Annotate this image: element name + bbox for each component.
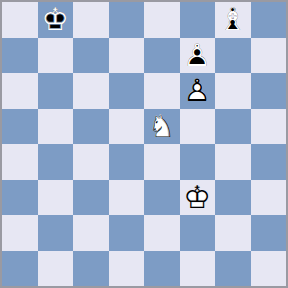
white-knight-icon: ♞ [144, 109, 180, 145]
black-pawn-icon: ♟ [180, 38, 216, 74]
piece-white-king[interactable]: ♚♔ [180, 180, 216, 216]
square-b6[interactable] [38, 73, 74, 109]
square-h2[interactable] [251, 215, 287, 251]
square-e2[interactable] [144, 215, 180, 251]
square-a7[interactable] [2, 38, 38, 74]
square-h6[interactable] [251, 73, 287, 109]
square-h8[interactable] [251, 2, 287, 38]
piece-black-bishop[interactable]: ♝♗ [215, 2, 251, 38]
square-h1[interactable] [251, 251, 287, 287]
square-a2[interactable] [2, 215, 38, 251]
square-f4[interactable] [180, 144, 216, 180]
square-e3[interactable] [144, 180, 180, 216]
square-a5[interactable] [2, 109, 38, 145]
square-e1[interactable] [144, 251, 180, 287]
piece-black-king[interactable]: ♚♔ [38, 2, 74, 38]
square-c7[interactable] [73, 38, 109, 74]
square-c8[interactable] [73, 2, 109, 38]
square-c4[interactable] [73, 144, 109, 180]
square-f3[interactable]: ♚♔ [180, 180, 216, 216]
black-bishop-icon: ♝ [215, 2, 251, 38]
square-f6[interactable]: ♟♙ [180, 73, 216, 109]
square-c6[interactable] [73, 73, 109, 109]
piece-white-pawn[interactable]: ♟♙ [180, 73, 216, 109]
square-e8[interactable] [144, 2, 180, 38]
square-g2[interactable] [215, 215, 251, 251]
white-knight-outline-icon: ♘ [144, 109, 180, 145]
square-h4[interactable] [251, 144, 287, 180]
square-d3[interactable] [109, 180, 145, 216]
square-e4[interactable] [144, 144, 180, 180]
square-g6[interactable] [215, 73, 251, 109]
square-f2[interactable] [180, 215, 216, 251]
square-g8[interactable]: ♝♗ [215, 2, 251, 38]
square-d8[interactable] [109, 2, 145, 38]
piece-black-pawn[interactable]: ♟♙ [180, 38, 216, 74]
square-f5[interactable] [180, 109, 216, 145]
square-d2[interactable] [109, 215, 145, 251]
square-a6[interactable] [2, 73, 38, 109]
square-f1[interactable] [180, 251, 216, 287]
square-d4[interactable] [109, 144, 145, 180]
black-king-outline-icon: ♔ [38, 2, 74, 38]
square-c2[interactable] [73, 215, 109, 251]
square-c5[interactable] [73, 109, 109, 145]
square-b2[interactable] [38, 215, 74, 251]
square-h7[interactable] [251, 38, 287, 74]
square-b8[interactable]: ♚♔ [38, 2, 74, 38]
square-d6[interactable] [109, 73, 145, 109]
square-c3[interactable] [73, 180, 109, 216]
square-a3[interactable] [2, 180, 38, 216]
square-b4[interactable] [38, 144, 74, 180]
square-e6[interactable] [144, 73, 180, 109]
square-e7[interactable] [144, 38, 180, 74]
white-pawn-outline-icon: ♙ [180, 73, 216, 109]
square-f8[interactable] [180, 2, 216, 38]
square-g7[interactable] [215, 38, 251, 74]
square-h3[interactable] [251, 180, 287, 216]
black-bishop-outline-icon: ♗ [215, 2, 251, 38]
white-king-icon: ♚ [180, 180, 216, 216]
square-g3[interactable] [215, 180, 251, 216]
square-h5[interactable] [251, 109, 287, 145]
square-a1[interactable] [2, 251, 38, 287]
square-g1[interactable] [215, 251, 251, 287]
square-g4[interactable] [215, 144, 251, 180]
piece-white-knight[interactable]: ♞♘ [144, 109, 180, 145]
square-d7[interactable] [109, 38, 145, 74]
square-a8[interactable] [2, 2, 38, 38]
square-a4[interactable] [2, 144, 38, 180]
black-king-icon: ♚ [38, 2, 74, 38]
black-pawn-outline-icon: ♙ [180, 38, 216, 74]
square-f7[interactable]: ♟♙ [180, 38, 216, 74]
white-king-outline-icon: ♔ [180, 180, 216, 216]
square-b7[interactable] [38, 38, 74, 74]
square-d5[interactable] [109, 109, 145, 145]
white-pawn-icon: ♟ [180, 73, 216, 109]
square-e5[interactable]: ♞♘ [144, 109, 180, 145]
square-b5[interactable] [38, 109, 74, 145]
square-g5[interactable] [215, 109, 251, 145]
square-c1[interactable] [73, 251, 109, 287]
square-d1[interactable] [109, 251, 145, 287]
square-b3[interactable] [38, 180, 74, 216]
chess-board: ♚♔♝♗♟♙♟♙♞♘♚♔ [0, 0, 288, 288]
square-b1[interactable] [38, 251, 74, 287]
